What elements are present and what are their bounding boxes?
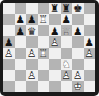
- square-g3[interactable]: [72, 59, 84, 70]
- white-pawn-piece: ♟♙: [26, 48, 38, 59]
- square-c8[interactable]: [26, 3, 38, 14]
- square-b6[interactable]: ♟: [15, 25, 27, 36]
- square-f2[interactable]: ♟♙: [61, 70, 73, 81]
- black-pawn-icon: ♟: [61, 14, 73, 25]
- black-king-piece: ♚: [72, 3, 84, 14]
- square-a7[interactable]: [3, 14, 15, 25]
- square-b2[interactable]: [15, 70, 27, 81]
- square-e8[interactable]: ♜: [49, 3, 61, 14]
- square-a1[interactable]: [3, 81, 15, 92]
- square-d1[interactable]: [38, 81, 50, 92]
- white-pawn-icon: ♙: [72, 70, 84, 81]
- square-f6[interactable]: ♛♕: [61, 25, 73, 36]
- white-king-piece: ♚♔: [72, 81, 84, 92]
- square-d6[interactable]: [38, 25, 50, 36]
- square-c1[interactable]: [26, 81, 38, 92]
- black-king-icon: ♚: [72, 3, 84, 14]
- white-queen-piece: ♛♕: [61, 25, 73, 36]
- white-pawn-piece: ♟♙: [84, 48, 96, 59]
- white-king-icon: ♔: [72, 81, 84, 92]
- square-g7[interactable]: [72, 14, 84, 25]
- square-b8[interactable]: [15, 3, 27, 14]
- square-h3[interactable]: [84, 59, 96, 70]
- square-h2[interactable]: [84, 70, 96, 81]
- black-pawn-piece: ♟: [61, 14, 73, 25]
- white-pawn-icon: ♙: [26, 70, 38, 81]
- chess-board: ♜♜♚♟♟♜♖♟♟♛♟♛♕♟♟♟♙♟♟♙♟♙♜♖♟♙♞♘♟♙♟♙♟♙♚♔: [3, 3, 95, 92]
- white-pawn-icon: ♙: [26, 48, 38, 59]
- square-h4[interactable]: ♟♙: [84, 48, 96, 59]
- black-pawn-piece: ♟: [72, 25, 84, 36]
- square-e7[interactable]: [49, 14, 61, 25]
- white-pawn-icon: ♙: [84, 48, 96, 59]
- square-e4[interactable]: [49, 48, 61, 59]
- square-f3[interactable]: ♞♘: [61, 59, 73, 70]
- board-frame: ♜♜♚♟♟♜♖♟♟♛♟♛♕♟♟♟♙♟♟♙♟♙♜♖♟♙♞♘♟♙♟♙♟♙♚♔: [0, 0, 99, 96]
- square-f5[interactable]: [61, 36, 73, 47]
- black-pawn-piece: ♟: [49, 25, 61, 36]
- square-b7[interactable]: ♟: [15, 14, 27, 25]
- square-b4[interactable]: [15, 48, 27, 59]
- black-pawn-piece: ♟: [15, 25, 27, 36]
- square-c5[interactable]: [26, 36, 38, 47]
- square-d3[interactable]: [38, 59, 50, 70]
- black-pawn-icon: ♟: [49, 25, 61, 36]
- black-pawn-icon: ♟: [72, 25, 84, 36]
- square-d5[interactable]: [38, 36, 50, 47]
- black-pawn-icon: ♟: [15, 25, 27, 36]
- square-h6[interactable]: [84, 25, 96, 36]
- square-h1[interactable]: [84, 81, 96, 92]
- white-pawn-piece: ♟♙: [61, 70, 73, 81]
- white-pawn-piece: ♟♙: [26, 70, 38, 81]
- black-queen-piece: ♛: [26, 25, 38, 36]
- square-b1[interactable]: [15, 81, 27, 92]
- square-a5[interactable]: ♟: [3, 36, 15, 47]
- black-pawn-piece: ♟: [3, 36, 15, 47]
- black-rook-icon: ♜: [61, 3, 73, 14]
- square-b5[interactable]: [15, 36, 27, 47]
- white-knight-icon: ♘: [61, 59, 73, 70]
- black-pawn-icon: ♟: [3, 36, 15, 47]
- white-pawn-icon: ♙: [61, 70, 73, 81]
- square-d7[interactable]: ♜♖: [38, 14, 50, 25]
- black-pawn-icon: ♟: [15, 14, 27, 25]
- square-a3[interactable]: [3, 59, 15, 70]
- black-rook-icon: ♜: [49, 3, 61, 14]
- square-c4[interactable]: ♟♙: [26, 48, 38, 59]
- square-a8[interactable]: [3, 3, 15, 14]
- square-e2[interactable]: [49, 70, 61, 81]
- square-e3[interactable]: [49, 59, 61, 70]
- square-g8[interactable]: ♚: [72, 3, 84, 14]
- square-g5[interactable]: [72, 36, 84, 47]
- square-e1[interactable]: [49, 81, 61, 92]
- black-rook-piece: ♜: [49, 3, 61, 14]
- black-pawn-piece: ♟: [26, 14, 38, 25]
- black-pawn-icon: ♟: [84, 36, 96, 47]
- square-a6[interactable]: [3, 25, 15, 36]
- square-f1[interactable]: [61, 81, 73, 92]
- square-f8[interactable]: ♜: [61, 3, 73, 14]
- square-a2[interactable]: [3, 70, 15, 81]
- white-rook-piece: ♜♖: [38, 14, 50, 25]
- square-c6[interactable]: ♛: [26, 25, 38, 36]
- square-d8[interactable]: [38, 3, 50, 14]
- black-pawn-icon: ♟: [26, 14, 38, 25]
- black-rook-piece: ♜: [61, 3, 73, 14]
- square-e6[interactable]: ♟: [49, 25, 61, 36]
- square-g6[interactable]: ♟: [72, 25, 84, 36]
- white-rook-icon: ♖: [38, 48, 50, 59]
- black-pawn-piece: ♟: [84, 36, 96, 47]
- square-h7[interactable]: [84, 14, 96, 25]
- square-c3[interactable]: [26, 59, 38, 70]
- square-g2[interactable]: ♟♙: [72, 70, 84, 81]
- white-queen-icon: ♕: [61, 25, 73, 36]
- white-pawn-piece: ♟♙: [49, 36, 61, 47]
- white-knight-piece: ♞♘: [61, 59, 73, 70]
- square-d2[interactable]: [38, 70, 50, 81]
- square-e5[interactable]: ♟♙: [49, 36, 61, 47]
- white-rook-piece: ♜♖: [38, 48, 50, 59]
- black-pawn-piece: ♟: [15, 14, 27, 25]
- white-pawn-icon: ♙: [3, 48, 15, 59]
- square-g1[interactable]: ♚♔: [72, 81, 84, 92]
- white-rook-icon: ♖: [38, 14, 50, 25]
- square-h8[interactable]: [84, 3, 96, 14]
- square-a4[interactable]: ♟♙: [3, 48, 15, 59]
- square-c7[interactable]: ♟: [26, 14, 38, 25]
- black-queen-icon: ♛: [26, 25, 38, 36]
- white-pawn-piece: ♟♙: [3, 48, 15, 59]
- square-g4[interactable]: [72, 48, 84, 59]
- square-f4[interactable]: [61, 48, 73, 59]
- square-d4[interactable]: ♜♖: [38, 48, 50, 59]
- square-b3[interactable]: [15, 59, 27, 70]
- square-c2[interactable]: ♟♙: [26, 70, 38, 81]
- white-pawn-icon: ♙: [49, 36, 61, 47]
- square-h5[interactable]: ♟: [84, 36, 96, 47]
- square-f7[interactable]: ♟: [61, 14, 73, 25]
- white-pawn-piece: ♟♙: [72, 70, 84, 81]
